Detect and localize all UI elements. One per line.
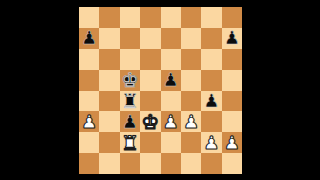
square-f2[interactable]	[181, 132, 201, 153]
square-a4[interactable]	[79, 91, 99, 112]
square-b7[interactable]	[99, 28, 119, 49]
white-pawn[interactable]: ♟	[163, 113, 179, 131]
black-pawn[interactable]: ♟	[122, 113, 138, 131]
square-h5[interactable]	[222, 70, 242, 91]
square-e3[interactable]: ♟	[161, 111, 181, 132]
square-a7[interactable]: ♟	[79, 28, 99, 49]
square-e7[interactable]	[161, 28, 181, 49]
square-f1[interactable]	[181, 153, 201, 174]
square-b4[interactable]	[99, 91, 119, 112]
square-a3[interactable]: ♟	[79, 111, 99, 132]
square-g3[interactable]	[201, 111, 221, 132]
square-b6[interactable]	[99, 49, 119, 70]
square-d6[interactable]	[140, 49, 160, 70]
square-d5[interactable]	[140, 70, 160, 91]
square-b2[interactable]	[99, 132, 119, 153]
square-c8[interactable]	[120, 7, 140, 28]
black-king[interactable]: ♚	[121, 70, 139, 90]
square-h4[interactable]	[222, 91, 242, 112]
square-a1[interactable]	[79, 153, 99, 174]
square-a5[interactable]	[79, 70, 99, 91]
square-h1[interactable]	[222, 153, 242, 174]
square-f4[interactable]	[181, 91, 201, 112]
square-b8[interactable]	[99, 7, 119, 28]
square-e8[interactable]	[161, 7, 181, 28]
square-d8[interactable]	[140, 7, 160, 28]
square-b1[interactable]	[99, 153, 119, 174]
square-f7[interactable]	[181, 28, 201, 49]
black-pawn[interactable]: ♟	[81, 29, 97, 47]
square-c5[interactable]: ♚	[120, 70, 140, 91]
square-c4[interactable]: ♜	[120, 91, 140, 112]
square-c1[interactable]	[120, 153, 140, 174]
square-d4[interactable]	[140, 91, 160, 112]
square-g8[interactable]	[201, 7, 221, 28]
white-king[interactable]: ♚	[141, 112, 159, 132]
square-e4[interactable]	[161, 91, 181, 112]
square-h2[interactable]: ♟	[222, 132, 242, 153]
square-f8[interactable]	[181, 7, 201, 28]
square-h7[interactable]: ♟	[222, 28, 242, 49]
square-b3[interactable]	[99, 111, 119, 132]
square-a8[interactable]	[79, 7, 99, 28]
square-f3[interactable]: ♟	[181, 111, 201, 132]
square-e6[interactable]	[161, 49, 181, 70]
square-d2[interactable]	[140, 132, 160, 153]
square-e5[interactable]: ♟	[161, 70, 181, 91]
square-c3[interactable]: ♟	[120, 111, 140, 132]
square-c6[interactable]	[120, 49, 140, 70]
white-pawn[interactable]: ♟	[203, 134, 219, 152]
square-g7[interactable]	[201, 28, 221, 49]
square-a6[interactable]	[79, 49, 99, 70]
video-frame: ♟♟♚♟♜♟♟♟♚♟♟♜♟♟	[0, 0, 320, 180]
square-g6[interactable]	[201, 49, 221, 70]
square-d1[interactable]	[140, 153, 160, 174]
square-h6[interactable]	[222, 49, 242, 70]
square-e1[interactable]	[161, 153, 181, 174]
square-h3[interactable]	[222, 111, 242, 132]
black-pawn[interactable]: ♟	[224, 29, 240, 47]
square-c7[interactable]	[120, 28, 140, 49]
white-rook[interactable]: ♜	[121, 133, 139, 153]
square-f5[interactable]	[181, 70, 201, 91]
square-a2[interactable]	[79, 132, 99, 153]
square-g5[interactable]	[201, 70, 221, 91]
square-e2[interactable]	[161, 132, 181, 153]
square-d3[interactable]: ♚	[140, 111, 160, 132]
chessboard: ♟♟♚♟♜♟♟♟♚♟♟♜♟♟	[79, 7, 242, 174]
white-pawn[interactable]: ♟	[81, 113, 97, 131]
square-b5[interactable]	[99, 70, 119, 91]
square-g1[interactable]	[201, 153, 221, 174]
square-d7[interactable]	[140, 28, 160, 49]
square-g4[interactable]: ♟	[201, 91, 221, 112]
white-pawn[interactable]: ♟	[183, 113, 199, 131]
square-f6[interactable]	[181, 49, 201, 70]
black-pawn[interactable]: ♟	[163, 71, 179, 89]
black-pawn[interactable]: ♟	[203, 92, 219, 110]
black-rook[interactable]: ♜	[121, 91, 139, 111]
square-g2[interactable]: ♟	[201, 132, 221, 153]
white-pawn[interactable]: ♟	[224, 134, 240, 152]
square-c2[interactable]: ♜	[120, 132, 140, 153]
square-h8[interactable]	[222, 7, 242, 28]
